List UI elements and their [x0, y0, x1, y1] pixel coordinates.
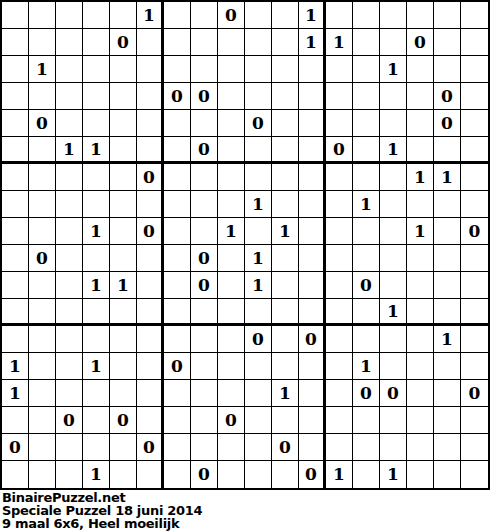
- cell-given: 0: [191, 272, 218, 299]
- cell-empty[interactable]: [2, 461, 29, 488]
- cell-empty[interactable]: [29, 434, 56, 461]
- cell-empty[interactable]: [434, 299, 461, 326]
- cell-empty[interactable]: [380, 218, 407, 245]
- cell-empty[interactable]: [434, 191, 461, 218]
- cell-empty[interactable]: [83, 164, 110, 191]
- cell-given: 1: [407, 164, 434, 191]
- cell-empty[interactable]: [272, 110, 299, 137]
- cell-empty[interactable]: [272, 407, 299, 434]
- cell-empty[interactable]: [299, 407, 326, 434]
- cell-empty[interactable]: [299, 434, 326, 461]
- cell-empty[interactable]: [137, 56, 164, 83]
- cell-empty[interactable]: [299, 245, 326, 272]
- cell-empty[interactable]: [56, 353, 83, 380]
- cell-empty[interactable]: [83, 434, 110, 461]
- cell-empty[interactable]: [56, 272, 83, 299]
- cell-empty[interactable]: [137, 137, 164, 164]
- cell-empty[interactable]: [29, 407, 56, 434]
- cell-given: 0: [434, 110, 461, 137]
- cell-empty[interactable]: [164, 407, 191, 434]
- cell-empty[interactable]: [245, 407, 272, 434]
- cell-empty[interactable]: [137, 191, 164, 218]
- cell-empty[interactable]: [380, 2, 407, 29]
- cell-given: 0: [191, 137, 218, 164]
- cell-empty[interactable]: [110, 299, 137, 326]
- cell-empty[interactable]: [191, 164, 218, 191]
- cell-empty[interactable]: [407, 434, 434, 461]
- cell-empty[interactable]: [164, 299, 191, 326]
- cell-empty[interactable]: [56, 83, 83, 110]
- cell-empty[interactable]: [110, 461, 137, 488]
- cell-empty[interactable]: [191, 353, 218, 380]
- cell-empty[interactable]: [245, 461, 272, 488]
- cell-empty[interactable]: [326, 2, 353, 29]
- cell-empty[interactable]: [164, 245, 191, 272]
- cell-empty[interactable]: [407, 83, 434, 110]
- cell-empty[interactable]: [353, 110, 380, 137]
- cell-empty[interactable]: [407, 137, 434, 164]
- cell-empty[interactable]: [380, 83, 407, 110]
- cell-empty[interactable]: [137, 380, 164, 407]
- cell-empty[interactable]: [164, 434, 191, 461]
- cell-empty[interactable]: [407, 110, 434, 137]
- cell-empty[interactable]: [272, 164, 299, 191]
- cell-empty[interactable]: [29, 164, 56, 191]
- cell-empty[interactable]: [110, 137, 137, 164]
- cell-empty[interactable]: [83, 299, 110, 326]
- cell-empty[interactable]: [407, 245, 434, 272]
- cell-empty[interactable]: [299, 353, 326, 380]
- cell-empty[interactable]: [272, 137, 299, 164]
- cell-empty[interactable]: [245, 83, 272, 110]
- cell-empty[interactable]: [353, 2, 380, 29]
- cell-empty[interactable]: [461, 191, 488, 218]
- cell-empty[interactable]: [461, 83, 488, 110]
- cell-empty[interactable]: [56, 110, 83, 137]
- cell-empty[interactable]: [110, 218, 137, 245]
- cell-empty[interactable]: [407, 407, 434, 434]
- cell-empty[interactable]: [218, 110, 245, 137]
- cell-empty[interactable]: [461, 29, 488, 56]
- cell-empty[interactable]: [29, 461, 56, 488]
- cell-empty[interactable]: [299, 272, 326, 299]
- cell-empty[interactable]: [461, 110, 488, 137]
- cell-empty[interactable]: [110, 164, 137, 191]
- cell-given: 1: [245, 272, 272, 299]
- cell-empty[interactable]: [218, 164, 245, 191]
- cell-empty[interactable]: [434, 29, 461, 56]
- cell-empty[interactable]: [2, 299, 29, 326]
- cell-empty[interactable]: [83, 56, 110, 83]
- cell-empty[interactable]: [191, 434, 218, 461]
- cell-empty[interactable]: [218, 461, 245, 488]
- cell-empty[interactable]: [137, 29, 164, 56]
- cell-empty[interactable]: [272, 245, 299, 272]
- cell-empty[interactable]: [110, 2, 137, 29]
- cell-given: 1: [245, 191, 272, 218]
- cell-given: 0: [137, 164, 164, 191]
- cell-empty[interactable]: [110, 353, 137, 380]
- cell-empty[interactable]: [434, 461, 461, 488]
- cell-empty[interactable]: [434, 272, 461, 299]
- cell-empty[interactable]: [164, 272, 191, 299]
- cell-empty[interactable]: [2, 56, 29, 83]
- cell-empty[interactable]: [56, 2, 83, 29]
- cell-empty[interactable]: [353, 434, 380, 461]
- cell-empty[interactable]: [326, 434, 353, 461]
- cell-empty[interactable]: [380, 245, 407, 272]
- cell-given: 0: [191, 461, 218, 488]
- cell-empty[interactable]: [326, 110, 353, 137]
- cell-given: 0: [380, 380, 407, 407]
- cell-given: 0: [299, 326, 326, 353]
- cell-empty[interactable]: [218, 326, 245, 353]
- cell-empty[interactable]: [2, 83, 29, 110]
- cell-given: 1: [245, 245, 272, 272]
- cell-empty[interactable]: [353, 83, 380, 110]
- cell-empty[interactable]: [56, 461, 83, 488]
- cell-empty[interactable]: [2, 191, 29, 218]
- cell-empty[interactable]: [191, 218, 218, 245]
- cell-empty[interactable]: [434, 218, 461, 245]
- cell-empty[interactable]: [326, 56, 353, 83]
- cell-empty[interactable]: [326, 353, 353, 380]
- cell-empty[interactable]: [29, 299, 56, 326]
- cell-given: 0: [245, 110, 272, 137]
- cell-empty[interactable]: [380, 353, 407, 380]
- cell-empty[interactable]: [434, 2, 461, 29]
- cell-empty[interactable]: [2, 407, 29, 434]
- cell-empty[interactable]: [380, 407, 407, 434]
- cell-given: 1: [83, 353, 110, 380]
- cell-empty[interactable]: [461, 326, 488, 353]
- cell-empty[interactable]: [56, 56, 83, 83]
- cell-given: 1: [299, 2, 326, 29]
- cell-empty[interactable]: [137, 272, 164, 299]
- cell-empty[interactable]: [353, 164, 380, 191]
- cell-empty[interactable]: [56, 29, 83, 56]
- cell-empty[interactable]: [83, 29, 110, 56]
- cell-empty[interactable]: [2, 29, 29, 56]
- cell-empty[interactable]: [272, 2, 299, 29]
- cell-empty[interactable]: [245, 218, 272, 245]
- cell-empty[interactable]: [110, 110, 137, 137]
- cell-empty[interactable]: [299, 380, 326, 407]
- cell-empty[interactable]: [137, 461, 164, 488]
- cell-empty[interactable]: [380, 29, 407, 56]
- cell-empty[interactable]: [461, 434, 488, 461]
- cell-empty[interactable]: [380, 191, 407, 218]
- cell-empty[interactable]: [110, 191, 137, 218]
- cell-empty[interactable]: [353, 218, 380, 245]
- cell-empty[interactable]: [164, 56, 191, 83]
- cell-empty[interactable]: [353, 137, 380, 164]
- cell-empty[interactable]: [380, 434, 407, 461]
- cell-given: 1: [353, 353, 380, 380]
- cell-given: 0: [191, 245, 218, 272]
- cell-empty[interactable]: [191, 56, 218, 83]
- cell-empty[interactable]: [380, 272, 407, 299]
- cell-empty[interactable]: [56, 245, 83, 272]
- page: 1010110110000001100101111101110001110101…: [0, 0, 493, 531]
- cell-empty[interactable]: [137, 110, 164, 137]
- cell-empty[interactable]: [83, 326, 110, 353]
- cell-empty[interactable]: [218, 272, 245, 299]
- cell-empty[interactable]: [407, 461, 434, 488]
- cell-empty[interactable]: [380, 326, 407, 353]
- cell-empty[interactable]: [191, 191, 218, 218]
- cell-empty[interactable]: [218, 137, 245, 164]
- cell-empty[interactable]: [110, 83, 137, 110]
- cell-given: 0: [2, 434, 29, 461]
- cell-empty[interactable]: [164, 326, 191, 353]
- cell-empty[interactable]: [29, 2, 56, 29]
- cell-empty[interactable]: [2, 245, 29, 272]
- cell-empty[interactable]: [434, 434, 461, 461]
- cell-empty[interactable]: [83, 110, 110, 137]
- cell-empty[interactable]: [29, 191, 56, 218]
- cell-empty[interactable]: [191, 29, 218, 56]
- cell-empty[interactable]: [461, 407, 488, 434]
- cell-empty[interactable]: [137, 407, 164, 434]
- cell-empty[interactable]: [2, 110, 29, 137]
- cell-empty[interactable]: [29, 326, 56, 353]
- cell-empty[interactable]: [110, 245, 137, 272]
- cell-empty[interactable]: [83, 191, 110, 218]
- puzzle-subtitle: 9 maal 6x6, Heel moeilijk: [2, 517, 493, 530]
- cell-empty[interactable]: [461, 299, 488, 326]
- cell-given: 1: [326, 461, 353, 488]
- cell-given: 0: [218, 407, 245, 434]
- cell-empty[interactable]: [29, 380, 56, 407]
- cell-empty[interactable]: [272, 29, 299, 56]
- cell-empty[interactable]: [245, 380, 272, 407]
- cell-empty[interactable]: [29, 218, 56, 245]
- cell-empty[interactable]: [56, 380, 83, 407]
- cell-empty[interactable]: [326, 326, 353, 353]
- cell-empty[interactable]: [326, 299, 353, 326]
- cell-empty[interactable]: [245, 164, 272, 191]
- cell-empty[interactable]: [407, 299, 434, 326]
- cell-empty[interactable]: [29, 29, 56, 56]
- cell-empty[interactable]: [299, 218, 326, 245]
- cell-empty[interactable]: [56, 191, 83, 218]
- cell-empty[interactable]: [245, 434, 272, 461]
- cell-empty[interactable]: [353, 245, 380, 272]
- cell-given: 1: [380, 56, 407, 83]
- cell-given: 0: [272, 434, 299, 461]
- cell-given: 1: [110, 272, 137, 299]
- cell-empty[interactable]: [434, 380, 461, 407]
- cell-empty[interactable]: [326, 272, 353, 299]
- cell-empty[interactable]: [407, 380, 434, 407]
- cell-empty[interactable]: [326, 407, 353, 434]
- cell-empty[interactable]: [434, 137, 461, 164]
- cell-empty[interactable]: [272, 83, 299, 110]
- cell-empty[interactable]: [110, 56, 137, 83]
- cell-empty[interactable]: [164, 461, 191, 488]
- cell-empty[interactable]: [380, 164, 407, 191]
- cell-empty[interactable]: [407, 2, 434, 29]
- cell-empty[interactable]: [434, 407, 461, 434]
- cell-empty[interactable]: [461, 164, 488, 191]
- cell-empty[interactable]: [2, 218, 29, 245]
- cell-empty[interactable]: [245, 56, 272, 83]
- cell-empty[interactable]: [191, 2, 218, 29]
- cell-empty[interactable]: [83, 83, 110, 110]
- cell-given: 0: [137, 434, 164, 461]
- cell-given: 0: [461, 218, 488, 245]
- cell-empty[interactable]: [191, 407, 218, 434]
- cell-empty[interactable]: [164, 380, 191, 407]
- cell-empty[interactable]: [218, 380, 245, 407]
- cell-given: 0: [434, 83, 461, 110]
- cell-given: 0: [218, 2, 245, 29]
- cell-given: 1: [56, 137, 83, 164]
- cell-empty[interactable]: [353, 407, 380, 434]
- cell-empty[interactable]: [56, 218, 83, 245]
- cell-given: 1: [83, 272, 110, 299]
- cell-empty[interactable]: [272, 326, 299, 353]
- cell-empty[interactable]: [461, 245, 488, 272]
- cell-empty[interactable]: [137, 299, 164, 326]
- cell-empty[interactable]: [272, 461, 299, 488]
- cell-empty[interactable]: [272, 353, 299, 380]
- cell-empty[interactable]: [56, 326, 83, 353]
- cell-empty[interactable]: [461, 353, 488, 380]
- cell-empty[interactable]: [434, 56, 461, 83]
- cell-given: 1: [83, 461, 110, 488]
- cell-empty[interactable]: [29, 353, 56, 380]
- cell-empty[interactable]: [326, 164, 353, 191]
- cell-empty[interactable]: [353, 299, 380, 326]
- cell-empty[interactable]: [353, 326, 380, 353]
- cell-empty[interactable]: [299, 110, 326, 137]
- cell-empty[interactable]: [245, 299, 272, 326]
- cell-empty[interactable]: [272, 299, 299, 326]
- cell-given: 1: [434, 164, 461, 191]
- cell-empty[interactable]: [461, 137, 488, 164]
- cell-empty[interactable]: [299, 191, 326, 218]
- cell-empty[interactable]: [83, 380, 110, 407]
- cell-empty[interactable]: [164, 29, 191, 56]
- cell-empty[interactable]: [326, 380, 353, 407]
- cell-empty[interactable]: [56, 164, 83, 191]
- cell-empty[interactable]: [2, 137, 29, 164]
- cell-given: 0: [110, 29, 137, 56]
- cell-empty[interactable]: [137, 326, 164, 353]
- cell-empty[interactable]: [245, 29, 272, 56]
- cell-empty[interactable]: [2, 272, 29, 299]
- cell-empty[interactable]: [191, 299, 218, 326]
- cell-empty[interactable]: [164, 2, 191, 29]
- cell-empty[interactable]: [110, 434, 137, 461]
- cell-empty[interactable]: [326, 218, 353, 245]
- cell-empty[interactable]: [164, 137, 191, 164]
- cell-empty[interactable]: [353, 29, 380, 56]
- cell-empty[interactable]: [164, 110, 191, 137]
- cell-empty[interactable]: [137, 245, 164, 272]
- cell-empty[interactable]: [461, 461, 488, 488]
- cell-empty[interactable]: [218, 299, 245, 326]
- cell-empty[interactable]: [407, 326, 434, 353]
- cell-empty[interactable]: [29, 272, 56, 299]
- cell-empty[interactable]: [137, 83, 164, 110]
- cell-given: 0: [245, 326, 272, 353]
- cell-empty[interactable]: [110, 326, 137, 353]
- cell-given: 0: [164, 353, 191, 380]
- cell-empty[interactable]: [83, 2, 110, 29]
- cell-empty[interactable]: [218, 353, 245, 380]
- cell-empty[interactable]: [272, 191, 299, 218]
- cell-empty[interactable]: [461, 56, 488, 83]
- cell-empty[interactable]: [83, 407, 110, 434]
- cell-empty[interactable]: [164, 218, 191, 245]
- cell-empty[interactable]: [2, 2, 29, 29]
- cell-empty[interactable]: [326, 191, 353, 218]
- cell-empty[interactable]: [164, 191, 191, 218]
- cell-empty[interactable]: [434, 353, 461, 380]
- cell-empty[interactable]: [353, 56, 380, 83]
- cell-empty[interactable]: [299, 83, 326, 110]
- cell-empty[interactable]: [299, 164, 326, 191]
- cell-given: 1: [407, 218, 434, 245]
- cell-empty[interactable]: [191, 110, 218, 137]
- cell-empty[interactable]: [191, 380, 218, 407]
- cell-empty[interactable]: [29, 137, 56, 164]
- cell-empty[interactable]: [299, 56, 326, 83]
- cell-empty[interactable]: [272, 56, 299, 83]
- cell-empty[interactable]: [245, 2, 272, 29]
- cell-empty[interactable]: [218, 245, 245, 272]
- cell-empty[interactable]: [245, 353, 272, 380]
- cell-empty[interactable]: [461, 272, 488, 299]
- cell-empty[interactable]: [407, 56, 434, 83]
- cell-empty[interactable]: [164, 164, 191, 191]
- cell-empty[interactable]: [2, 326, 29, 353]
- cell-empty[interactable]: [299, 137, 326, 164]
- cell-empty[interactable]: [56, 299, 83, 326]
- cell-empty[interactable]: [191, 326, 218, 353]
- cell-given: 0: [353, 272, 380, 299]
- cell-empty[interactable]: [218, 83, 245, 110]
- cell-empty[interactable]: [326, 83, 353, 110]
- cell-empty[interactable]: [218, 191, 245, 218]
- cell-empty[interactable]: [272, 272, 299, 299]
- cell-empty[interactable]: [407, 272, 434, 299]
- cell-empty[interactable]: [326, 245, 353, 272]
- cell-empty[interactable]: [299, 299, 326, 326]
- cell-empty[interactable]: [83, 245, 110, 272]
- cell-empty[interactable]: [407, 353, 434, 380]
- cell-empty[interactable]: [29, 83, 56, 110]
- cell-empty[interactable]: [407, 191, 434, 218]
- binary-puzzle-board: 1010110110000001100101111101110001110101…: [0, 0, 490, 490]
- cell-empty[interactable]: [434, 245, 461, 272]
- cell-empty[interactable]: [245, 137, 272, 164]
- cell-empty[interactable]: [2, 164, 29, 191]
- cell-empty[interactable]: [137, 353, 164, 380]
- cell-empty[interactable]: [218, 56, 245, 83]
- cell-empty[interactable]: [353, 461, 380, 488]
- cell-empty[interactable]: [110, 380, 137, 407]
- cell-empty[interactable]: [380, 110, 407, 137]
- cell-empty[interactable]: [56, 434, 83, 461]
- cell-empty[interactable]: [218, 434, 245, 461]
- cell-given: 1: [83, 137, 110, 164]
- cell-empty[interactable]: [218, 29, 245, 56]
- cell-empty[interactable]: [461, 2, 488, 29]
